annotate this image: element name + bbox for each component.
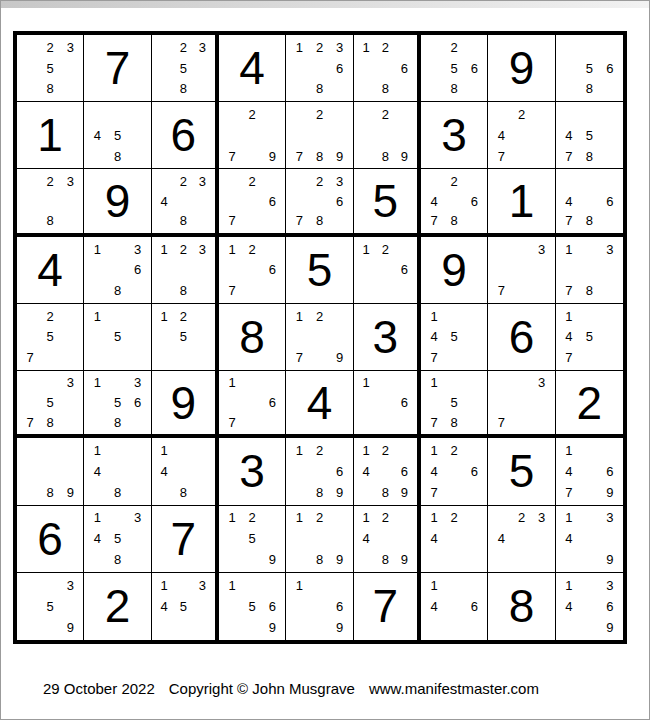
cell-r5c4[interactable]: 8: [219, 304, 286, 371]
cell-r4c1[interactable]: 4: [17, 237, 84, 304]
candidate-3: [330, 104, 350, 125]
candidate-8: 8: [174, 482, 193, 503]
candidate-3: 3: [193, 575, 212, 596]
candidate-2: 2: [242, 104, 262, 125]
cell-r5c6[interactable]: 3: [354, 304, 421, 371]
cell-value: 3: [219, 438, 285, 504]
candidate-3: [464, 508, 484, 529]
candidate-7: [87, 482, 107, 503]
candidate-8: 8: [40, 413, 60, 433]
candidate-3: 3: [60, 37, 80, 58]
candidate-8: [242, 280, 262, 301]
cell-r3c8[interactable]: 1: [488, 169, 555, 236]
candidate-1: 1: [155, 306, 174, 327]
cell-r8c3[interactable]: 7: [152, 506, 219, 573]
candidate-2: [579, 37, 599, 58]
candidate-9: 9: [262, 549, 282, 570]
candidate-8: [309, 347, 329, 368]
candidate-2: [40, 373, 60, 393]
candidate-3: 3: [330, 37, 350, 58]
candidate-9: [395, 413, 414, 433]
candidate-7: 7: [491, 146, 511, 167]
cell-r5c5[interactable]: 1279: [286, 304, 353, 371]
candidate-4: 4: [491, 125, 511, 146]
candidate-7: [87, 146, 107, 167]
candidate-7: [87, 347, 107, 368]
candidate-8: 8: [309, 549, 329, 570]
candidate-6: [600, 125, 620, 146]
candidate-2: [107, 306, 127, 327]
candidate-9: [128, 413, 148, 433]
candidate-2: [376, 373, 395, 393]
candidate-1: 1: [87, 440, 107, 461]
cell-r7c3[interactable]: 148: [152, 438, 219, 505]
candidate-3: [262, 373, 282, 393]
cell-r2c2[interactable]: 458: [84, 102, 151, 169]
candidate-grid: 247: [488, 102, 554, 168]
candidate-2: [579, 306, 599, 327]
puzzle-date: 29 October 2022: [43, 680, 155, 697]
candidate-1: [357, 104, 376, 125]
candidate-grid: 2568: [421, 35, 487, 101]
candidate-7: [87, 280, 107, 301]
candidate-5: 5: [174, 596, 193, 617]
cell-r8c9[interactable]: 1349: [556, 506, 623, 573]
cell-r9c7[interactable]: 146: [421, 573, 488, 640]
candidate-9: [532, 280, 552, 301]
candidate-3: [600, 440, 620, 461]
candidate-6: [60, 327, 80, 348]
candidate-4: 4: [424, 596, 444, 617]
candidate-3: [330, 508, 350, 529]
candidate-5: [376, 125, 395, 146]
candidate-6: 6: [395, 58, 414, 79]
candidate-grid: 3578: [17, 371, 83, 434]
candidate-9: [532, 413, 552, 433]
cell-r4c6[interactable]: 126: [354, 237, 421, 304]
candidate-3: 3: [128, 508, 148, 529]
candidate-4: [289, 191, 309, 211]
candidate-7: [357, 280, 376, 301]
cell-value: 6: [17, 506, 83, 572]
candidate-grid: 458: [84, 102, 150, 168]
cell-r3c9[interactable]: 4678: [556, 169, 623, 236]
candidate-3: [395, 508, 414, 529]
candidate-8: 8: [174, 280, 193, 301]
candidate-2: [579, 508, 599, 529]
candidate-7: 7: [289, 211, 309, 231]
candidate-3: [395, 440, 414, 461]
candidate-9: [464, 78, 484, 99]
candidate-1: [222, 171, 242, 191]
candidate-1: [289, 171, 309, 191]
candidate-5: [376, 393, 395, 413]
cell-r8c6[interactable]: 12489: [354, 506, 421, 573]
candidate-6: [600, 528, 620, 549]
candidate-5: [242, 393, 262, 413]
candidate-grid: 2789: [286, 102, 352, 168]
candidate-2: [107, 104, 127, 125]
candidate-2: 2: [444, 171, 464, 191]
candidate-4: [20, 393, 40, 413]
cell-r5c9[interactable]: 1457: [556, 304, 623, 371]
candidate-8: [511, 549, 531, 570]
cell-r8c5[interactable]: 1289: [286, 506, 353, 573]
cell-r5c1[interactable]: 257: [17, 304, 84, 371]
cell-r5c3[interactable]: 125: [152, 304, 219, 371]
candidate-5: [309, 58, 329, 79]
candidate-grid: 1578: [421, 371, 487, 434]
candidate-6: 6: [600, 191, 620, 211]
cell-value: 3: [354, 304, 417, 370]
candidate-5: [579, 191, 599, 211]
cell-value: 1: [17, 102, 83, 168]
candidate-grid: 12368: [286, 35, 352, 101]
candidate-9: [464, 211, 484, 231]
cell-r6c2[interactable]: 13568: [84, 371, 151, 438]
candidate-2: 2: [309, 104, 329, 125]
candidate-5: [107, 259, 127, 280]
candidate-5: 5: [40, 58, 60, 79]
cell-r8c8[interactable]: 234: [488, 506, 555, 573]
cell-r7c4[interactable]: 3: [219, 438, 286, 505]
cell-r8c4[interactable]: 1259: [219, 506, 286, 573]
candidate-5: [174, 461, 193, 482]
candidate-6: 6: [330, 191, 350, 211]
candidate-2: 2: [511, 508, 531, 529]
cell-r9c6[interactable]: 7: [354, 573, 421, 640]
candidate-6: [532, 125, 552, 146]
cell-r4c4[interactable]: 1267: [219, 237, 286, 304]
candidate-2: [242, 373, 262, 393]
candidate-4: [491, 393, 511, 413]
candidate-4: [20, 461, 40, 482]
candidate-1: [20, 440, 40, 461]
candidate-5: [242, 125, 262, 146]
candidate-grid: 1289: [286, 506, 352, 572]
cell-r8c1[interactable]: 6: [17, 506, 84, 573]
candidate-2: [174, 575, 193, 596]
cell-value: 5: [488, 438, 554, 504]
candidate-1: [155, 171, 174, 191]
cell-r4c8[interactable]: 37: [488, 237, 555, 304]
candidate-6: [128, 125, 148, 146]
candidate-6: [193, 191, 212, 211]
candidate-grid: 24678: [421, 169, 487, 232]
candidate-9: [193, 617, 212, 638]
cell-r6c5[interactable]: 4: [286, 371, 353, 438]
candidate-2: [511, 373, 531, 393]
cell-r7c9[interactable]: 14679: [556, 438, 623, 505]
cell-r2c9[interactable]: 4578: [556, 102, 623, 169]
candidate-5: [40, 461, 60, 482]
cell-r7c8[interactable]: 5: [488, 438, 555, 505]
candidate-4: [424, 58, 444, 79]
candidate-7: [155, 347, 174, 368]
cell-value: 7: [84, 35, 150, 101]
candidate-4: 4: [357, 461, 376, 482]
footer: 29 October 2022 Copyright © John Musgrav…: [43, 680, 539, 697]
candidate-5: [579, 259, 599, 280]
candidate-2: 2: [444, 37, 464, 58]
cell-value: 3: [421, 102, 487, 168]
candidate-3: 3: [600, 575, 620, 596]
candidate-grid: 13458: [84, 506, 150, 572]
candidate-1: [155, 37, 174, 58]
candidate-1: [491, 239, 511, 260]
cell-r6c3[interactable]: 9: [152, 371, 219, 438]
cell-value: 6: [152, 102, 215, 168]
cell-r7c2[interactable]: 148: [84, 438, 151, 505]
cell-r3c3[interactable]: 2348: [152, 169, 219, 236]
candidate-grid: 1378: [556, 237, 623, 303]
candidate-8: [40, 347, 60, 368]
candidate-grid: 169: [286, 573, 352, 640]
cell-r9c4[interactable]: 1569: [219, 573, 286, 640]
cell-value: 9: [488, 35, 554, 101]
cell-r2c1[interactable]: 1: [17, 102, 84, 169]
candidate-3: 3: [330, 171, 350, 191]
cell-r2c8[interactable]: 247: [488, 102, 555, 169]
cell-r5c7[interactable]: 1457: [421, 304, 488, 371]
cell-r8c7[interactable]: 124: [421, 506, 488, 573]
candidate-6: 6: [464, 58, 484, 79]
cell-r4c2[interactable]: 1368: [84, 237, 151, 304]
candidate-6: 6: [395, 259, 414, 280]
cell-r9c5[interactable]: 169: [286, 573, 353, 640]
candidate-grid: 289: [354, 102, 417, 168]
candidate-6: [395, 125, 414, 146]
candidate-4: [357, 259, 376, 280]
candidate-5: 5: [579, 125, 599, 146]
candidate-7: [424, 617, 444, 638]
candidate-6: 6: [330, 461, 350, 482]
candidate-7: [222, 617, 242, 638]
cell-r9c2[interactable]: 2: [84, 573, 151, 640]
cell-r4c7[interactable]: 9: [421, 237, 488, 304]
cell-value: 5: [286, 237, 352, 303]
candidate-1: 1: [222, 508, 242, 529]
candidate-3: [330, 306, 350, 327]
candidate-7: 7: [559, 482, 579, 503]
candidate-8: [242, 617, 262, 638]
candidate-4: [222, 393, 242, 413]
candidate-3: [128, 440, 148, 461]
candidate-4: 4: [559, 125, 579, 146]
cell-r9c1[interactable]: 359: [17, 573, 84, 640]
candidate-4: [222, 528, 242, 549]
candidate-4: 4: [357, 528, 376, 549]
candidate-4: [87, 393, 107, 413]
cell-r9c8[interactable]: 8: [488, 573, 555, 640]
candidate-5: [242, 259, 262, 280]
candidate-4: 4: [155, 596, 174, 617]
cell-r6c9[interactable]: 2: [556, 371, 623, 438]
candidate-2: 2: [444, 508, 464, 529]
cell-r3c5[interactable]: 23678: [286, 169, 353, 236]
candidate-2: [579, 171, 599, 191]
cell-r1c7[interactable]: 2568: [421, 35, 488, 102]
cell-r5c2[interactable]: 15: [84, 304, 151, 371]
candidate-6: 6: [600, 58, 620, 79]
candidate-5: 5: [40, 596, 60, 617]
candidate-5: [444, 596, 464, 617]
candidate-1: 1: [424, 575, 444, 596]
candidate-9: [193, 482, 212, 503]
candidate-7: [289, 549, 309, 570]
cell-r2c3[interactable]: 6: [152, 102, 219, 169]
cell-r4c3[interactable]: 1238: [152, 237, 219, 304]
candidate-7: [357, 78, 376, 99]
candidate-1: 1: [559, 239, 579, 260]
candidate-1: 1: [559, 508, 579, 529]
cell-r1c5[interactable]: 12368: [286, 35, 353, 102]
cell-r4c5[interactable]: 5: [286, 237, 353, 304]
cell-r1c1[interactable]: 2358: [17, 35, 84, 102]
candidate-8: [444, 549, 464, 570]
candidate-1: 1: [155, 239, 174, 260]
cell-r2c5[interactable]: 2789: [286, 102, 353, 169]
candidate-5: [174, 259, 193, 280]
candidate-1: [289, 104, 309, 125]
candidate-8: [376, 413, 395, 433]
candidate-grid: 12489: [354, 506, 417, 572]
cell-r6c7[interactable]: 1578: [421, 371, 488, 438]
cell-r7c6[interactable]: 124689: [354, 438, 421, 505]
candidate-4: 4: [559, 596, 579, 617]
candidate-3: 3: [128, 239, 148, 260]
candidate-8: [242, 211, 262, 231]
candidate-4: [20, 191, 40, 211]
candidate-6: 6: [464, 596, 484, 617]
cell-r3c2[interactable]: 9: [84, 169, 151, 236]
cell-r3c7[interactable]: 24678: [421, 169, 488, 236]
cell-r6c4[interactable]: 167: [219, 371, 286, 438]
candidate-8: [444, 347, 464, 368]
candidate-7: [424, 78, 444, 99]
candidate-2: 2: [309, 306, 329, 327]
candidate-grid: 124689: [354, 438, 417, 504]
cell-r4c9[interactable]: 1378: [556, 237, 623, 304]
candidate-7: [222, 549, 242, 570]
candidate-4: [559, 259, 579, 280]
candidate-2: 2: [309, 171, 329, 191]
candidate-9: [128, 146, 148, 167]
candidate-4: [222, 259, 242, 280]
candidate-9: [60, 78, 80, 99]
candidate-2: 2: [309, 440, 329, 461]
cell-r5c8[interactable]: 6: [488, 304, 555, 371]
candidate-2: 2: [242, 171, 262, 191]
candidate-4: 4: [559, 528, 579, 549]
cell-r1c4[interactable]: 4: [219, 35, 286, 102]
candidate-grid: 1349: [556, 506, 623, 572]
candidate-7: [155, 78, 174, 99]
candidate-9: 9: [395, 549, 414, 570]
cell-r1c8[interactable]: 9: [488, 35, 555, 102]
candidate-8: [174, 617, 193, 638]
cell-r7c1[interactable]: 89: [17, 438, 84, 505]
cell-r7c5[interactable]: 12689: [286, 438, 353, 505]
cell-r1c9[interactable]: 568: [556, 35, 623, 102]
candidate-7: 7: [559, 211, 579, 231]
candidate-6: 6: [395, 461, 414, 482]
cell-r1c6[interactable]: 1268: [354, 35, 421, 102]
candidate-grid: 12689: [286, 438, 352, 504]
cell-r6c6[interactable]: 16: [354, 371, 421, 438]
cell-r1c3[interactable]: 2358: [152, 35, 219, 102]
cell-r9c9[interactable]: 13469: [556, 573, 623, 640]
candidate-6: 6: [262, 596, 282, 617]
cell-r2c6[interactable]: 289: [354, 102, 421, 169]
candidate-7: [357, 482, 376, 503]
candidate-2: 2: [376, 440, 395, 461]
candidate-6: [193, 596, 212, 617]
candidate-9: 9: [262, 617, 282, 638]
candidate-3: [395, 239, 414, 260]
candidate-6: [600, 327, 620, 348]
candidate-4: [289, 596, 309, 617]
candidate-8: 8: [107, 482, 127, 503]
candidate-5: 5: [579, 58, 599, 79]
cell-r6c8[interactable]: 37: [488, 371, 555, 438]
candidate-9: [330, 211, 350, 231]
candidate-3: [193, 306, 212, 327]
cell-value: 4: [219, 35, 285, 101]
candidate-9: [128, 482, 148, 503]
candidate-7: [20, 482, 40, 503]
candidate-5: 5: [242, 596, 262, 617]
candidate-4: [20, 327, 40, 348]
candidate-4: [289, 461, 309, 482]
candidate-9: 9: [330, 482, 350, 503]
cell-r3c1[interactable]: 238: [17, 169, 84, 236]
candidate-7: 7: [491, 413, 511, 433]
cell-r9c3[interactable]: 1345: [152, 573, 219, 640]
candidate-6: 6: [128, 259, 148, 280]
candidate-7: [155, 482, 174, 503]
candidate-3: [464, 440, 484, 461]
candidate-7: [155, 280, 174, 301]
candidate-9: [193, 78, 212, 99]
candidate-1: [559, 104, 579, 125]
cell-r2c4[interactable]: 279: [219, 102, 286, 169]
candidate-7: [20, 78, 40, 99]
candidate-2: 2: [174, 37, 193, 58]
cell-value: 1: [488, 169, 554, 232]
candidate-6: [262, 528, 282, 549]
cell-r1c2[interactable]: 7: [84, 35, 151, 102]
candidate-7: 7: [491, 280, 511, 301]
cell-r8c2[interactable]: 13458: [84, 506, 151, 573]
candidate-3: [330, 575, 350, 596]
candidate-5: [376, 58, 395, 79]
cell-r3c4[interactable]: 267: [219, 169, 286, 236]
candidate-6: 6: [330, 58, 350, 79]
candidate-7: [155, 617, 174, 638]
candidate-3: [395, 104, 414, 125]
candidate-6: [128, 528, 148, 549]
cell-r2c7[interactable]: 3: [421, 102, 488, 169]
candidate-9: 9: [60, 617, 80, 638]
candidate-5: [242, 191, 262, 211]
cell-r7c7[interactable]: 12467: [421, 438, 488, 505]
candidate-7: [289, 482, 309, 503]
candidate-5: 5: [40, 393, 60, 413]
candidate-1: 1: [357, 440, 376, 461]
cell-r3c6[interactable]: 5: [354, 169, 421, 236]
cell-r6c1[interactable]: 3578: [17, 371, 84, 438]
